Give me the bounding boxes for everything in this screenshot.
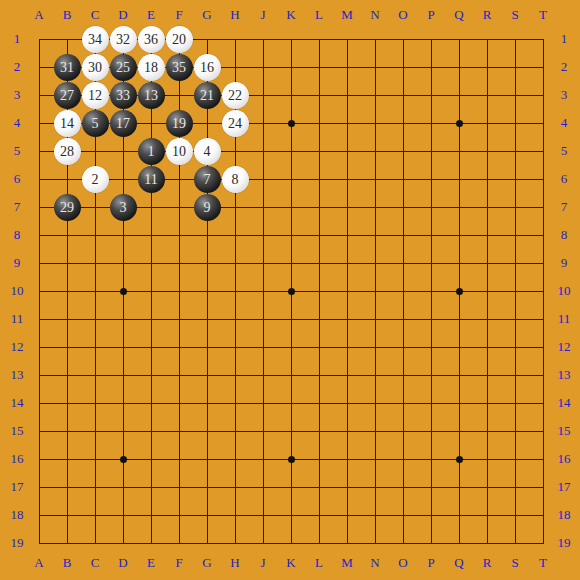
column-label-top: G — [194, 8, 220, 22]
star-point — [456, 288, 463, 295]
stone-white-10: 10 — [166, 138, 193, 165]
column-label-bottom: A — [26, 556, 52, 570]
row-label-left: 3 — [4, 88, 30, 102]
row-label-left: 6 — [4, 172, 30, 186]
stone-black-11: 11 — [138, 166, 165, 193]
column-label-top: B — [54, 8, 80, 22]
column-label-top: T — [530, 8, 556, 22]
stone-black-21: 21 — [194, 82, 221, 109]
star-point — [456, 120, 463, 127]
star-point — [288, 120, 295, 127]
row-label-left: 8 — [4, 228, 30, 242]
column-label-bottom: Q — [446, 556, 472, 570]
row-label-left: 11 — [4, 312, 30, 326]
column-label-bottom: C — [82, 556, 108, 570]
column-label-top: J — [250, 8, 276, 22]
row-label-right: 17 — [551, 480, 577, 494]
stone-black-25: 25 — [110, 54, 137, 81]
star-point — [120, 288, 127, 295]
row-label-left: 7 — [4, 200, 30, 214]
stone-black-13: 13 — [138, 82, 165, 109]
column-label-bottom: G — [194, 556, 220, 570]
column-label-top: M — [334, 8, 360, 22]
row-label-left: 10 — [4, 284, 30, 298]
column-label-top: K — [278, 8, 304, 22]
row-label-right: 15 — [551, 424, 577, 438]
row-label-left: 17 — [4, 480, 30, 494]
column-label-top: D — [110, 8, 136, 22]
column-label-top: F — [166, 8, 192, 22]
stone-black-5: 5 — [82, 110, 109, 137]
column-label-top: L — [306, 8, 332, 22]
row-label-right: 3 — [551, 88, 577, 102]
row-label-left: 5 — [4, 144, 30, 158]
stone-black-27: 27 — [54, 82, 81, 109]
stone-black-17: 17 — [110, 110, 137, 137]
row-label-right: 14 — [551, 396, 577, 410]
row-label-left: 9 — [4, 256, 30, 270]
column-label-top: N — [362, 8, 388, 22]
stone-white-28: 28 — [54, 138, 81, 165]
stone-white-20: 20 — [166, 26, 193, 53]
column-label-top: O — [390, 8, 416, 22]
row-label-right: 11 — [551, 312, 577, 326]
star-point — [456, 456, 463, 463]
column-label-bottom: K — [278, 556, 304, 570]
column-label-bottom: L — [306, 556, 332, 570]
column-label-top: P — [418, 8, 444, 22]
stone-black-3: 3 — [110, 194, 137, 221]
column-label-bottom: M — [334, 556, 360, 570]
column-label-top: R — [474, 8, 500, 22]
column-label-top: C — [82, 8, 108, 22]
row-label-right: 2 — [551, 60, 577, 74]
row-label-left: 4 — [4, 116, 30, 130]
row-label-right: 16 — [551, 452, 577, 466]
row-label-left: 14 — [4, 396, 30, 410]
row-label-right: 5 — [551, 144, 577, 158]
star-point — [288, 288, 295, 295]
stone-white-14: 14 — [54, 110, 81, 137]
row-label-right: 4 — [551, 116, 577, 130]
stone-white-8: 8 — [222, 166, 249, 193]
row-label-right: 8 — [551, 228, 577, 242]
stone-black-35: 35 — [166, 54, 193, 81]
column-label-top: S — [502, 8, 528, 22]
row-label-right: 13 — [551, 368, 577, 382]
stone-black-31: 31 — [54, 54, 81, 81]
row-label-left: 16 — [4, 452, 30, 466]
column-label-bottom: H — [222, 556, 248, 570]
row-label-left: 13 — [4, 368, 30, 382]
stone-white-4: 4 — [194, 138, 221, 165]
row-label-left: 2 — [4, 60, 30, 74]
column-label-bottom: F — [166, 556, 192, 570]
row-label-right: 12 — [551, 340, 577, 354]
stone-black-29: 29 — [54, 194, 81, 221]
stone-white-32: 32 — [110, 26, 137, 53]
stone-white-12: 12 — [82, 82, 109, 109]
row-label-left: 15 — [4, 424, 30, 438]
stone-black-33: 33 — [110, 82, 137, 109]
star-point — [288, 456, 295, 463]
stone-white-22: 22 — [222, 82, 249, 109]
stone-white-34: 34 — [82, 26, 109, 53]
row-label-right: 10 — [551, 284, 577, 298]
column-label-bottom: P — [418, 556, 444, 570]
row-label-right: 6 — [551, 172, 577, 186]
column-label-bottom: T — [530, 556, 556, 570]
stone-white-18: 18 — [138, 54, 165, 81]
stone-white-30: 30 — [82, 54, 109, 81]
stone-white-36: 36 — [138, 26, 165, 53]
row-label-right: 7 — [551, 200, 577, 214]
row-label-left: 18 — [4, 508, 30, 522]
row-label-left: 12 — [4, 340, 30, 354]
column-label-top: H — [222, 8, 248, 22]
column-label-bottom: B — [54, 556, 80, 570]
column-label-top: A — [26, 8, 52, 22]
column-label-bottom: O — [390, 556, 416, 570]
stone-white-24: 24 — [222, 110, 249, 137]
column-label-bottom: N — [362, 556, 388, 570]
column-label-bottom: S — [502, 556, 528, 570]
row-label-left: 19 — [4, 536, 30, 550]
stone-white-2: 2 — [82, 166, 109, 193]
column-label-bottom: D — [110, 556, 136, 570]
stone-white-16: 16 — [194, 54, 221, 81]
stone-black-19: 19 — [166, 110, 193, 137]
stone-black-7: 7 — [194, 166, 221, 193]
star-point — [120, 456, 127, 463]
column-label-bottom: E — [138, 556, 164, 570]
row-label-left: 1 — [4, 32, 30, 46]
column-label-bottom: R — [474, 556, 500, 570]
column-label-bottom: J — [250, 556, 276, 570]
stone-black-9: 9 — [194, 194, 221, 221]
row-label-right: 9 — [551, 256, 577, 270]
row-label-right: 19 — [551, 536, 577, 550]
column-label-top: E — [138, 8, 164, 22]
row-label-right: 1 — [551, 32, 577, 46]
stone-black-1: 1 — [138, 138, 165, 165]
row-label-right: 18 — [551, 508, 577, 522]
column-label-top: Q — [446, 8, 472, 22]
goban: AABBCCDDEEFFGGHHJJKKLLMMNNOOPPQQRRSSTT11… — [0, 0, 580, 580]
